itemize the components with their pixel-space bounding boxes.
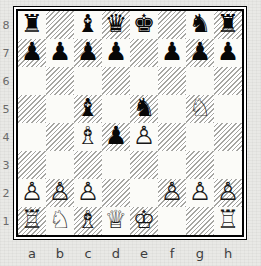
square-e4: ♙ (130, 123, 158, 151)
piece-white-bishop: ♗ (77, 123, 99, 150)
square-a5 (18, 95, 46, 123)
square-f2: ♙ (158, 179, 186, 207)
piece-black-knight: ♞ (189, 11, 211, 38)
square-b8 (46, 11, 74, 39)
piece-black-pawn: ♟ (189, 39, 211, 66)
square-g1 (186, 207, 214, 235)
square-e1: ♔ (130, 207, 158, 235)
square-b6 (46, 67, 74, 95)
piece-white-queen: ♕ (105, 207, 127, 234)
rank-label-3: 3 (0, 151, 12, 179)
square-e5: ♞ (130, 95, 158, 123)
piece-white-pawn: ♙ (161, 179, 183, 206)
square-d1: ♕ (102, 207, 130, 235)
piece-black-rook: ♜ (21, 11, 43, 38)
piece-white-king: ♔ (133, 207, 155, 234)
square-c4: ♗ (74, 123, 102, 151)
rank-labels: 87654321 (0, 11, 12, 235)
file-label-h: h (214, 246, 242, 261)
square-a6 (18, 67, 46, 95)
square-c7: ♟ (74, 39, 102, 67)
piece-black-queen: ♛ (105, 11, 127, 38)
file-label-b: b (46, 246, 74, 261)
square-g4 (186, 123, 214, 151)
square-b1: ♘ (46, 207, 74, 235)
file-label-d: d (102, 246, 130, 261)
square-b4 (46, 123, 74, 151)
square-f1 (158, 207, 186, 235)
piece-white-bishop: ♗ (77, 207, 99, 234)
chess-board: ♜♝♛♚♞♜♟♟♟♟♟♟♟♝♞♘♗♟♙♙♙♙♙♙♙♖♘♗♕♔♖ (13, 6, 247, 240)
file-labels: abcdefgh (18, 246, 242, 261)
square-e7 (130, 39, 158, 67)
square-h3 (214, 151, 242, 179)
piece-white-knight: ♘ (49, 207, 71, 234)
piece-black-pawn: ♟ (105, 123, 127, 150)
square-b2: ♙ (46, 179, 74, 207)
square-h5 (214, 95, 242, 123)
square-g3 (186, 151, 214, 179)
square-h8: ♜ (214, 11, 242, 39)
piece-black-bishop: ♝ (77, 95, 99, 122)
file-label-c: c (74, 246, 102, 261)
square-a3 (18, 151, 46, 179)
board-grid: ♜♝♛♚♞♜♟♟♟♟♟♟♟♝♞♘♗♟♙♙♙♙♙♙♙♖♘♗♕♔♖ (18, 11, 242, 235)
square-a2: ♙ (18, 179, 46, 207)
piece-black-pawn: ♟ (21, 39, 43, 66)
piece-white-pawn: ♙ (49, 179, 71, 206)
rank-label-7: 7 (0, 39, 12, 67)
chess-diagram: 87654321 ♜♝♛♚♞♜♟♟♟♟♟♟♟♝♞♘♗♟♙♙♙♙♙♙♙♖♘♗♕♔♖… (0, 0, 261, 266)
square-a1: ♖ (18, 207, 46, 235)
square-h7: ♟ (214, 39, 242, 67)
square-d5 (102, 95, 130, 123)
piece-black-bishop: ♝ (77, 11, 99, 38)
square-e6 (130, 67, 158, 95)
rank-label-6: 6 (0, 67, 12, 95)
square-f8 (158, 11, 186, 39)
rank-label-4: 4 (0, 123, 12, 151)
square-c3 (74, 151, 102, 179)
file-label-e: e (130, 246, 158, 261)
square-e2 (130, 179, 158, 207)
square-d3 (102, 151, 130, 179)
piece-white-pawn: ♙ (133, 123, 155, 150)
square-c1: ♗ (74, 207, 102, 235)
square-c6 (74, 67, 102, 95)
file-label-g: g (186, 246, 214, 261)
piece-black-pawn: ♟ (49, 39, 71, 66)
square-h4 (214, 123, 242, 151)
square-e8: ♚ (130, 11, 158, 39)
piece-black-pawn: ♟ (77, 39, 99, 66)
square-b5 (46, 95, 74, 123)
piece-white-rook: ♖ (21, 207, 43, 234)
square-g8: ♞ (186, 11, 214, 39)
square-h6 (214, 67, 242, 95)
square-h2: ♙ (214, 179, 242, 207)
piece-black-king: ♚ (133, 11, 155, 38)
piece-black-rook: ♜ (217, 11, 239, 38)
rank-label-1: 1 (0, 207, 12, 235)
piece-black-pawn: ♟ (161, 39, 183, 66)
square-e3 (130, 151, 158, 179)
square-f6 (158, 67, 186, 95)
board-border: ♜♝♛♚♞♜♟♟♟♟♟♟♟♝♞♘♗♟♙♙♙♙♙♙♙♖♘♗♕♔♖ (16, 9, 244, 237)
square-c8: ♝ (74, 11, 102, 39)
piece-white-pawn: ♙ (217, 179, 239, 206)
square-a4 (18, 123, 46, 151)
square-g6 (186, 67, 214, 95)
square-d7: ♟ (102, 39, 130, 67)
piece-white-pawn: ♙ (189, 179, 211, 206)
square-b7: ♟ (46, 39, 74, 67)
piece-black-knight: ♞ (133, 95, 155, 122)
piece-white-pawn: ♙ (77, 179, 99, 206)
square-f5 (158, 95, 186, 123)
rank-label-2: 2 (0, 179, 12, 207)
square-c2: ♙ (74, 179, 102, 207)
square-d2 (102, 179, 130, 207)
square-g7: ♟ (186, 39, 214, 67)
piece-white-knight: ♘ (189, 95, 211, 122)
file-label-a: a (18, 246, 46, 261)
square-b3 (46, 151, 74, 179)
square-g2: ♙ (186, 179, 214, 207)
square-f4 (158, 123, 186, 151)
piece-black-pawn: ♟ (217, 39, 239, 66)
square-d4: ♟ (102, 123, 130, 151)
square-a7: ♟ (18, 39, 46, 67)
square-d6 (102, 67, 130, 95)
square-d8: ♛ (102, 11, 130, 39)
piece-black-pawn: ♟ (105, 39, 127, 66)
rank-label-5: 5 (0, 95, 12, 123)
square-g5: ♘ (186, 95, 214, 123)
square-f3 (158, 151, 186, 179)
rank-label-8: 8 (0, 11, 12, 39)
piece-white-pawn: ♙ (21, 179, 43, 206)
piece-white-rook: ♖ (217, 207, 239, 234)
square-h1: ♖ (214, 207, 242, 235)
square-c5: ♝ (74, 95, 102, 123)
file-label-f: f (158, 246, 186, 261)
square-f7: ♟ (158, 39, 186, 67)
square-a8: ♜ (18, 11, 46, 39)
